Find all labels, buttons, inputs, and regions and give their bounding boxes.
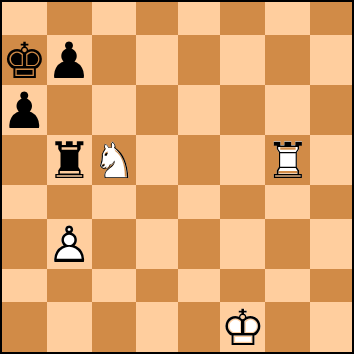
black-pawn-glyph: ♟ [2, 86, 47, 136]
square-c4[interactable] [92, 185, 137, 218]
square-g8[interactable] [265, 2, 310, 35]
square-f6[interactable] [220, 85, 265, 135]
white-knight[interactable]: ♞♘ [92, 135, 137, 185]
square-c1[interactable] [92, 302, 137, 352]
square-b3[interactable]: ♟♙ [47, 219, 92, 269]
black-rook[interactable]: ♜ [47, 135, 92, 185]
square-e7[interactable] [178, 35, 220, 85]
square-e5[interactable] [178, 135, 220, 185]
square-a5[interactable] [2, 135, 47, 185]
square-g6[interactable] [265, 85, 310, 135]
square-b1[interactable] [47, 302, 92, 352]
square-g5[interactable]: ♜♖ [265, 135, 310, 185]
square-c6[interactable] [92, 85, 137, 135]
square-a7[interactable]: ♚ [2, 35, 47, 85]
square-h1[interactable] [310, 302, 352, 352]
black-pawn-glyph: ♟ [47, 36, 92, 86]
square-a2[interactable] [2, 269, 47, 302]
white-pawn-glyph: ♙ [47, 220, 92, 270]
square-d1[interactable] [136, 302, 178, 352]
square-h2[interactable] [310, 269, 352, 302]
square-d8[interactable] [136, 2, 178, 35]
white-knight-glyph: ♘ [92, 136, 137, 186]
square-d4[interactable] [136, 185, 178, 218]
square-a3[interactable] [2, 219, 47, 269]
black-pawn[interactable]: ♟ [2, 85, 47, 135]
square-a1[interactable] [2, 302, 47, 352]
square-d2[interactable] [136, 269, 178, 302]
square-f3[interactable] [220, 219, 265, 269]
white-pawn[interactable]: ♟♙ [47, 219, 92, 269]
square-d7[interactable] [136, 35, 178, 85]
square-a4[interactable] [2, 185, 47, 218]
square-d5[interactable] [136, 135, 178, 185]
square-a8[interactable] [2, 2, 47, 35]
square-g4[interactable] [265, 185, 310, 218]
square-h3[interactable] [310, 219, 352, 269]
white-king[interactable]: ♚♔ [220, 302, 265, 352]
square-b5[interactable]: ♜ [47, 135, 92, 185]
square-b7[interactable]: ♟ [47, 35, 92, 85]
square-e4[interactable] [178, 185, 220, 218]
white-king-glyph: ♔ [220, 303, 265, 353]
square-b6[interactable] [47, 85, 92, 135]
square-c7[interactable] [92, 35, 137, 85]
black-pawn[interactable]: ♟ [47, 35, 92, 85]
square-f1[interactable]: ♚♔ [220, 302, 265, 352]
square-h5[interactable] [310, 135, 352, 185]
white-rook[interactable]: ♜♖ [265, 135, 310, 185]
square-h6[interactable] [310, 85, 352, 135]
square-f7[interactable] [220, 35, 265, 85]
square-e1[interactable] [178, 302, 220, 352]
square-f5[interactable] [220, 135, 265, 185]
square-e2[interactable] [178, 269, 220, 302]
square-f8[interactable] [220, 2, 265, 35]
square-b2[interactable] [47, 269, 92, 302]
square-h8[interactable] [310, 2, 352, 35]
square-b4[interactable] [47, 185, 92, 218]
square-h4[interactable] [310, 185, 352, 218]
square-e3[interactable] [178, 219, 220, 269]
white-rook-fill: ♜ [265, 136, 310, 186]
square-e6[interactable] [178, 85, 220, 135]
white-pawn-fill: ♟ [47, 220, 92, 270]
square-b8[interactable] [47, 2, 92, 35]
square-c5[interactable]: ♞♘ [92, 135, 137, 185]
black-rook-glyph: ♜ [47, 136, 92, 186]
square-g2[interactable] [265, 269, 310, 302]
white-king-fill: ♚ [220, 303, 265, 353]
black-king-glyph: ♚ [2, 36, 47, 86]
chessboard-container: ♚♟♟♜♞♘♜♖♟♙♚♔ [0, 0, 354, 354]
square-g7[interactable] [265, 35, 310, 85]
square-c2[interactable] [92, 269, 137, 302]
square-g1[interactable] [265, 302, 310, 352]
chess-board: ♚♟♟♜♞♘♜♖♟♙♚♔ [0, 0, 354, 354]
square-d3[interactable] [136, 219, 178, 269]
white-rook-glyph: ♖ [265, 136, 310, 186]
white-knight-fill: ♞ [92, 136, 137, 186]
square-h7[interactable] [310, 35, 352, 85]
square-g3[interactable] [265, 219, 310, 269]
square-c3[interactable] [92, 219, 137, 269]
square-f2[interactable] [220, 269, 265, 302]
black-king[interactable]: ♚ [2, 35, 47, 85]
square-f4[interactable] [220, 185, 265, 218]
square-c8[interactable] [92, 2, 137, 35]
square-d6[interactable] [136, 85, 178, 135]
square-e8[interactable] [178, 2, 220, 35]
square-a6[interactable]: ♟ [2, 85, 47, 135]
